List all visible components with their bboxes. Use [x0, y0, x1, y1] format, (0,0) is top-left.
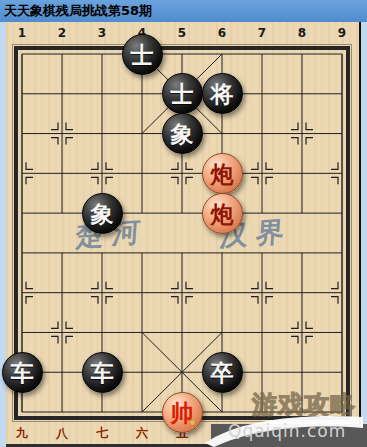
watermark-site-text: Qqaiqin.com — [228, 421, 346, 441]
app-window: 天天象棋残局挑战第58期 123456789 九八七六五四三二一 楚河 汉界 士… — [0, 0, 367, 447]
watermark-swoosh — [0, 0, 367, 447]
